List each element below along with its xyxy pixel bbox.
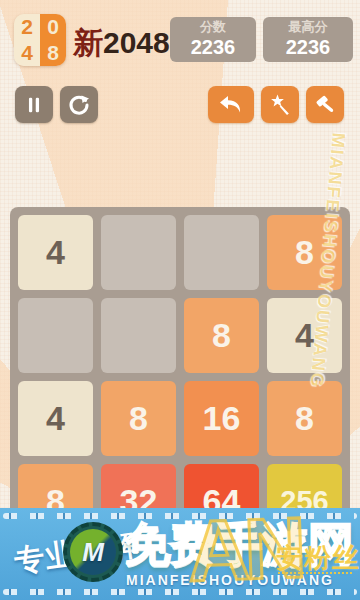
empty-cell xyxy=(18,298,93,373)
empty-cell xyxy=(184,215,259,290)
tile-8: 8 xyxy=(184,298,259,373)
score-box: 分数 2236 xyxy=(170,17,256,62)
tile-8: 8 xyxy=(267,381,342,456)
logo-cell-4: 4 xyxy=(14,40,40,66)
undo-button[interactable] xyxy=(208,86,254,123)
game-screen: 2048 新2048 分数 2236 最高分 2236 488448168 xyxy=(0,0,360,600)
pause-icon xyxy=(23,94,45,116)
score-label: 分数 xyxy=(170,19,256,35)
site-badge-logo: M xyxy=(70,529,116,575)
hammer-icon xyxy=(313,93,337,117)
logo-cell-8: 8 xyxy=(40,40,66,66)
logo-cell-0: 0 xyxy=(40,14,66,40)
tile-4: 4 xyxy=(18,215,93,290)
restart-button[interactable] xyxy=(60,86,98,123)
tile-8: 8 xyxy=(101,381,176,456)
site-name-text: 免费手游网 xyxy=(124,514,354,576)
site-pinyin-text: MIANFEISHOUYOUWANG xyxy=(126,572,334,588)
app-title-number: 2048 xyxy=(103,26,170,59)
tile-8: 8 xyxy=(267,215,342,290)
tile-4: 4 xyxy=(267,298,342,373)
tile-4: 4 xyxy=(18,381,93,456)
badge-letter: M xyxy=(82,537,104,568)
tile-16: 16 xyxy=(184,381,259,456)
logo-cell-2: 2 xyxy=(14,14,40,40)
best-score-value: 2236 xyxy=(263,35,353,60)
site-badge: M xyxy=(63,522,123,582)
empty-cell xyxy=(101,215,176,290)
banner-stitch-bottom xyxy=(3,589,357,595)
ad-banner[interactable]: 专业破解 M 免费手游网 MIANFEISHOUYOUWANG AN 安粉丝 xyxy=(0,508,360,600)
app-title: 新2048 xyxy=(73,23,170,64)
magic-wand-button[interactable] xyxy=(261,86,299,123)
undo-icon xyxy=(217,93,245,117)
best-score-label: 最高分 xyxy=(263,19,353,35)
best-score-box: 最高分 2236 xyxy=(263,17,353,62)
pause-button[interactable] xyxy=(15,86,53,123)
app-logo: 2048 xyxy=(14,14,66,66)
hammer-button[interactable] xyxy=(306,86,344,123)
empty-cell xyxy=(101,298,176,373)
score-value: 2236 xyxy=(170,35,256,60)
board[interactable]: 48844816883264256 xyxy=(10,207,350,547)
app-title-prefix: 新 xyxy=(73,26,103,59)
magic-wand-icon xyxy=(268,93,292,117)
restart-icon xyxy=(67,93,91,117)
